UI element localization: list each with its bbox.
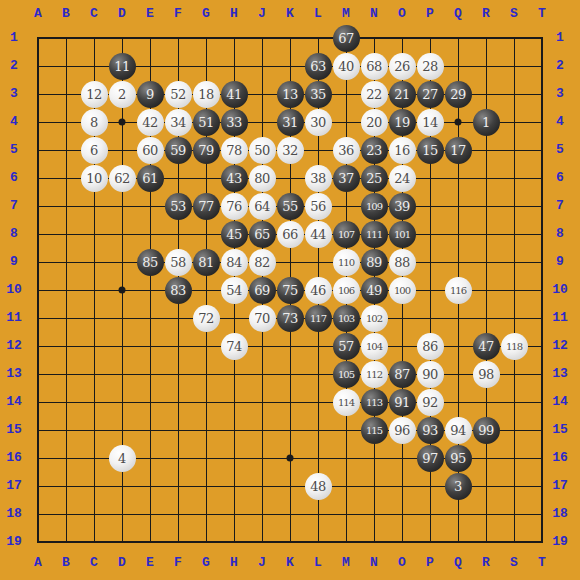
stone-move-number: 77	[198, 199, 214, 214]
stone-black-19: 19	[389, 109, 416, 136]
stone-move-number: 52	[170, 87, 186, 102]
stone-move-number: 15	[422, 143, 438, 158]
stone-move-number: 33	[226, 115, 242, 130]
coord-label-left-6: 6	[0, 169, 28, 187]
coord-label-right-5: 5	[546, 141, 574, 159]
stone-white-68: 68	[361, 53, 388, 80]
stone-move-number: 79	[198, 143, 214, 158]
coord-label-left-8: 8	[0, 225, 28, 243]
stone-move-number: 25	[366, 171, 382, 186]
stone-black-87: 87	[389, 361, 416, 388]
stone-black-35: 35	[305, 81, 332, 108]
stone-move-number: 45	[226, 227, 242, 242]
coord-label-left-7: 7	[0, 197, 28, 215]
coord-label-right-16: 16	[546, 449, 574, 467]
stone-black-109: 109	[361, 193, 388, 220]
stone-black-57: 57	[333, 333, 360, 360]
stone-move-number: 97	[422, 451, 438, 466]
stone-move-number: 54	[226, 283, 242, 298]
coord-label-bottom-Q: Q	[444, 554, 472, 572]
stone-black-73: 73	[277, 305, 304, 332]
stone-white-54: 54	[221, 277, 248, 304]
stone-black-67: 67	[333, 25, 360, 52]
stone-white-12: 12	[81, 81, 108, 108]
stone-black-77: 77	[193, 193, 220, 220]
stone-move-number: 107	[338, 229, 354, 240]
stone-white-110: 110	[333, 249, 360, 276]
star-point-Q4	[455, 119, 462, 126]
stone-black-91: 91	[389, 389, 416, 416]
stone-move-number: 90	[422, 367, 438, 382]
stone-move-number: 112	[366, 369, 382, 380]
coord-label-left-19: 19	[0, 533, 28, 551]
stone-black-117: 117	[305, 305, 332, 332]
stone-white-26: 26	[389, 53, 416, 80]
stone-black-113: 113	[361, 389, 388, 416]
stone-move-number: 28	[422, 59, 438, 74]
stone-white-10: 10	[81, 165, 108, 192]
stone-black-43: 43	[221, 165, 248, 192]
stone-move-number: 3	[454, 479, 462, 494]
coord-label-left-9: 9	[0, 253, 28, 271]
stone-black-31: 31	[277, 109, 304, 136]
stone-move-number: 29	[450, 87, 466, 102]
stone-white-16: 16	[389, 137, 416, 164]
stone-move-number: 60	[142, 143, 158, 158]
stone-black-27: 27	[417, 81, 444, 108]
star-point-D10	[119, 287, 126, 294]
stone-black-55: 55	[277, 193, 304, 220]
stone-move-number: 115	[366, 425, 382, 436]
coord-label-top-S: S	[500, 5, 528, 23]
stone-white-84: 84	[221, 249, 248, 276]
stone-white-74: 74	[221, 333, 248, 360]
stone-black-23: 23	[361, 137, 388, 164]
stone-black-75: 75	[277, 277, 304, 304]
stone-white-114: 114	[333, 389, 360, 416]
stone-white-64: 64	[249, 193, 276, 220]
coord-label-bottom-O: O	[388, 554, 416, 572]
coord-label-right-19: 19	[546, 533, 574, 551]
stone-black-45: 45	[221, 221, 248, 248]
coord-label-top-N: N	[360, 5, 388, 23]
coord-label-top-M: M	[332, 5, 360, 23]
stone-move-number: 93	[422, 423, 438, 438]
stone-white-32: 32	[277, 137, 304, 164]
stone-black-105: 105	[333, 361, 360, 388]
coord-label-top-L: L	[304, 5, 332, 23]
stone-white-40: 40	[333, 53, 360, 80]
stone-move-number: 59	[170, 143, 186, 158]
coord-label-left-12: 12	[0, 337, 28, 355]
stone-black-53: 53	[165, 193, 192, 220]
stone-black-39: 39	[389, 193, 416, 220]
stone-white-104: 104	[361, 333, 388, 360]
coord-label-right-1: 1	[546, 29, 574, 47]
stone-move-number: 85	[142, 255, 158, 270]
stone-move-number: 22	[366, 87, 382, 102]
stone-white-52: 52	[165, 81, 192, 108]
coord-label-bottom-T: T	[528, 554, 556, 572]
stone-move-number: 102	[366, 313, 382, 324]
stone-white-44: 44	[305, 221, 332, 248]
stone-move-number: 81	[198, 255, 214, 270]
stone-black-47: 47	[473, 333, 500, 360]
stone-move-number: 56	[310, 199, 326, 214]
stone-black-11: 11	[109, 53, 136, 80]
coord-label-right-6: 6	[546, 169, 574, 187]
stone-white-38: 38	[305, 165, 332, 192]
coord-label-left-4: 4	[0, 113, 28, 131]
stone-move-number: 49	[366, 283, 382, 298]
stone-move-number: 21	[394, 87, 410, 102]
stone-move-number: 118	[506, 341, 522, 352]
coord-label-bottom-D: D	[108, 554, 136, 572]
stone-black-21: 21	[389, 81, 416, 108]
stone-move-number: 78	[226, 143, 242, 158]
stone-move-number: 57	[338, 339, 354, 354]
coord-label-left-2: 2	[0, 57, 28, 75]
stone-move-number: 55	[282, 199, 298, 214]
stone-move-number: 76	[226, 199, 242, 214]
stone-move-number: 12	[86, 87, 102, 102]
stone-move-number: 110	[338, 257, 354, 268]
stone-white-18: 18	[193, 81, 220, 108]
stone-move-number: 100	[394, 285, 410, 296]
coord-label-bottom-S: S	[500, 554, 528, 572]
go-board[interactable]: AABBCCDDEEFFGGHHJJKKLLMMNNOOPPQQRRSSTT11…	[0, 0, 580, 580]
coord-label-left-3: 3	[0, 85, 28, 103]
stone-black-41: 41	[221, 81, 248, 108]
stone-black-89: 89	[361, 249, 388, 276]
stone-move-number: 18	[198, 87, 214, 102]
coord-label-left-11: 11	[0, 309, 28, 327]
stone-white-20: 20	[361, 109, 388, 136]
stone-move-number: 36	[338, 143, 354, 158]
stone-move-number: 104	[366, 341, 382, 352]
stone-black-33: 33	[221, 109, 248, 136]
stone-move-number: 40	[338, 59, 354, 74]
stone-move-number: 91	[394, 395, 410, 410]
stone-white-112: 112	[361, 361, 388, 388]
stone-black-29: 29	[445, 81, 472, 108]
stone-black-111: 111	[361, 221, 388, 248]
stone-white-106: 106	[333, 277, 360, 304]
coord-label-top-G: G	[192, 5, 220, 23]
stone-move-number: 74	[226, 339, 242, 354]
coord-label-right-14: 14	[546, 393, 574, 411]
stone-move-number: 38	[310, 171, 326, 186]
stone-black-79: 79	[193, 137, 220, 164]
stone-move-number: 1	[482, 115, 490, 130]
stone-move-number: 32	[282, 143, 298, 158]
stone-move-number: 88	[394, 255, 410, 270]
stone-white-80: 80	[249, 165, 276, 192]
stone-white-90: 90	[417, 361, 444, 388]
stone-move-number: 83	[170, 283, 186, 298]
stone-white-118: 118	[501, 333, 528, 360]
coord-label-top-J: J	[248, 5, 276, 23]
coord-label-right-12: 12	[546, 337, 574, 355]
stone-white-62: 62	[109, 165, 136, 192]
stone-move-number: 17	[450, 143, 466, 158]
stone-move-number: 23	[366, 143, 382, 158]
stone-white-28: 28	[417, 53, 444, 80]
stone-white-50: 50	[249, 137, 276, 164]
stone-white-116: 116	[445, 277, 472, 304]
coord-label-top-C: C	[80, 5, 108, 23]
stone-move-number: 2	[118, 87, 126, 102]
coord-label-left-10: 10	[0, 281, 28, 299]
stone-white-76: 76	[221, 193, 248, 220]
coord-label-right-15: 15	[546, 421, 574, 439]
stone-move-number: 42	[142, 115, 158, 130]
coord-label-top-D: D	[108, 5, 136, 23]
stone-move-number: 44	[310, 227, 326, 242]
stone-black-115: 115	[361, 417, 388, 444]
stone-move-number: 63	[310, 59, 326, 74]
stone-move-number: 67	[338, 31, 354, 46]
stone-move-number: 41	[226, 87, 242, 102]
stone-move-number: 10	[86, 171, 102, 186]
stone-black-37: 37	[333, 165, 360, 192]
stone-move-number: 43	[226, 171, 242, 186]
coord-label-left-1: 1	[0, 29, 28, 47]
stone-move-number: 8	[90, 115, 98, 130]
stone-move-number: 113	[366, 397, 382, 408]
stone-black-59: 59	[165, 137, 192, 164]
coord-label-bottom-N: N	[360, 554, 388, 572]
coord-label-top-R: R	[472, 5, 500, 23]
coord-label-top-F: F	[164, 5, 192, 23]
coord-label-right-3: 3	[546, 85, 574, 103]
stone-white-14: 14	[417, 109, 444, 136]
stone-move-number: 14	[422, 115, 438, 130]
stone-black-69: 69	[249, 277, 276, 304]
coord-label-bottom-P: P	[416, 554, 444, 572]
coord-label-top-A: A	[24, 5, 52, 23]
stone-black-65: 65	[249, 221, 276, 248]
stone-white-56: 56	[305, 193, 332, 220]
stone-white-22: 22	[361, 81, 388, 108]
coord-label-left-14: 14	[0, 393, 28, 411]
stone-move-number: 53	[170, 199, 186, 214]
stone-black-99: 99	[473, 417, 500, 444]
stone-move-number: 50	[254, 143, 270, 158]
stone-move-number: 111	[366, 229, 382, 240]
stone-move-number: 105	[338, 369, 354, 380]
stone-white-2: 2	[109, 81, 136, 108]
stone-move-number: 30	[310, 115, 326, 130]
stone-move-number: 98	[478, 367, 494, 382]
stone-white-88: 88	[389, 249, 416, 276]
stone-white-48: 48	[305, 473, 332, 500]
coord-label-top-P: P	[416, 5, 444, 23]
coord-label-top-Q: Q	[444, 5, 472, 23]
stone-white-70: 70	[249, 305, 276, 332]
stone-move-number: 89	[366, 255, 382, 270]
stone-black-101: 101	[389, 221, 416, 248]
coord-label-right-13: 13	[546, 365, 574, 383]
stone-move-number: 68	[366, 59, 382, 74]
coord-label-left-5: 5	[0, 141, 28, 159]
coord-label-top-B: B	[52, 5, 80, 23]
stone-move-number: 35	[310, 87, 326, 102]
coord-label-right-18: 18	[546, 505, 574, 523]
coord-label-bottom-J: J	[248, 554, 276, 572]
stone-white-4: 4	[109, 445, 136, 472]
coord-label-right-4: 4	[546, 113, 574, 131]
coord-label-right-17: 17	[546, 477, 574, 495]
coord-label-bottom-M: M	[332, 554, 360, 572]
stone-move-number: 47	[478, 339, 494, 354]
stone-black-15: 15	[417, 137, 444, 164]
coord-label-top-H: H	[220, 5, 248, 23]
coord-label-bottom-L: L	[304, 554, 332, 572]
stone-white-30: 30	[305, 109, 332, 136]
stone-black-93: 93	[417, 417, 444, 444]
stone-black-95: 95	[445, 445, 472, 472]
stone-move-number: 4	[118, 451, 126, 466]
stone-white-46: 46	[305, 277, 332, 304]
stone-black-17: 17	[445, 137, 472, 164]
coord-label-bottom-C: C	[80, 554, 108, 572]
stone-move-number: 109	[366, 201, 382, 212]
stone-white-24: 24	[389, 165, 416, 192]
stone-white-102: 102	[361, 305, 388, 332]
coord-label-top-E: E	[136, 5, 164, 23]
stone-white-82: 82	[249, 249, 276, 276]
coord-label-right-11: 11	[546, 309, 574, 327]
stone-white-86: 86	[417, 333, 444, 360]
stone-move-number: 13	[282, 87, 298, 102]
stone-black-25: 25	[361, 165, 388, 192]
stone-white-6: 6	[81, 137, 108, 164]
stone-black-9: 9	[137, 81, 164, 108]
coord-label-left-17: 17	[0, 477, 28, 495]
coord-label-top-O: O	[388, 5, 416, 23]
stone-move-number: 101	[394, 229, 410, 240]
coord-label-left-15: 15	[0, 421, 28, 439]
stone-move-number: 39	[394, 199, 410, 214]
stone-move-number: 70	[254, 311, 270, 326]
stone-move-number: 34	[170, 115, 186, 130]
coord-label-bottom-E: E	[136, 554, 164, 572]
stone-move-number: 86	[422, 339, 438, 354]
stone-black-107: 107	[333, 221, 360, 248]
stone-move-number: 72	[198, 311, 214, 326]
stone-black-83: 83	[165, 277, 192, 304]
stone-white-58: 58	[165, 249, 192, 276]
stone-move-number: 58	[170, 255, 186, 270]
stone-black-51: 51	[193, 109, 220, 136]
coord-label-bottom-A: A	[24, 554, 52, 572]
stone-black-81: 81	[193, 249, 220, 276]
stone-move-number: 82	[254, 255, 270, 270]
stone-white-78: 78	[221, 137, 248, 164]
coord-label-right-2: 2	[546, 57, 574, 75]
star-point-D4	[119, 119, 126, 126]
stone-move-number: 117	[310, 313, 326, 324]
stone-move-number: 106	[338, 285, 354, 296]
stone-white-36: 36	[333, 137, 360, 164]
coord-label-bottom-H: H	[220, 554, 248, 572]
coord-label-left-18: 18	[0, 505, 28, 523]
stone-move-number: 62	[114, 171, 130, 186]
stone-black-97: 97	[417, 445, 444, 472]
stone-move-number: 92	[422, 395, 438, 410]
star-point-K16	[287, 455, 294, 462]
stone-move-number: 73	[282, 311, 298, 326]
stone-white-34: 34	[165, 109, 192, 136]
stone-black-103: 103	[333, 305, 360, 332]
stone-black-1: 1	[473, 109, 500, 136]
stone-move-number: 103	[338, 313, 354, 324]
coord-label-bottom-G: G	[192, 554, 220, 572]
coord-label-left-13: 13	[0, 365, 28, 383]
stone-white-100: 100	[389, 277, 416, 304]
stone-move-number: 66	[282, 227, 298, 242]
stone-move-number: 20	[366, 115, 382, 130]
stone-move-number: 116	[450, 285, 466, 296]
stone-move-number: 114	[338, 397, 354, 408]
stone-move-number: 99	[478, 423, 494, 438]
stone-white-8: 8	[81, 109, 108, 136]
stone-move-number: 6	[90, 143, 98, 158]
stone-move-number: 80	[254, 171, 270, 186]
stone-move-number: 37	[338, 171, 354, 186]
stone-move-number: 61	[142, 171, 158, 186]
stone-black-49: 49	[361, 277, 388, 304]
stone-move-number: 96	[394, 423, 410, 438]
coord-label-top-K: K	[276, 5, 304, 23]
stone-move-number: 64	[254, 199, 270, 214]
coord-label-left-16: 16	[0, 449, 28, 467]
stone-white-96: 96	[389, 417, 416, 444]
stone-white-94: 94	[445, 417, 472, 444]
coord-label-bottom-R: R	[472, 554, 500, 572]
stone-black-85: 85	[137, 249, 164, 276]
stone-white-98: 98	[473, 361, 500, 388]
stone-move-number: 51	[198, 115, 214, 130]
stone-move-number: 69	[254, 283, 270, 298]
coord-label-right-8: 8	[546, 225, 574, 243]
stone-white-92: 92	[417, 389, 444, 416]
coord-label-bottom-B: B	[52, 554, 80, 572]
coord-label-right-9: 9	[546, 253, 574, 271]
stone-move-number: 27	[422, 87, 438, 102]
stone-move-number: 31	[282, 115, 298, 130]
stone-white-42: 42	[137, 109, 164, 136]
stone-move-number: 94	[450, 423, 466, 438]
stone-black-3: 3	[445, 473, 472, 500]
stone-move-number: 65	[254, 227, 270, 242]
stone-move-number: 48	[310, 479, 326, 494]
stone-move-number: 87	[394, 367, 410, 382]
stone-move-number: 9	[146, 87, 154, 102]
stone-move-number: 95	[450, 451, 466, 466]
stone-white-72: 72	[193, 305, 220, 332]
stone-move-number: 16	[394, 143, 410, 158]
coord-label-bottom-K: K	[276, 554, 304, 572]
stone-black-61: 61	[137, 165, 164, 192]
coord-label-right-10: 10	[546, 281, 574, 299]
stone-white-66: 66	[277, 221, 304, 248]
stone-black-63: 63	[305, 53, 332, 80]
stone-move-number: 75	[282, 283, 298, 298]
stone-move-number: 24	[394, 171, 410, 186]
stone-black-13: 13	[277, 81, 304, 108]
